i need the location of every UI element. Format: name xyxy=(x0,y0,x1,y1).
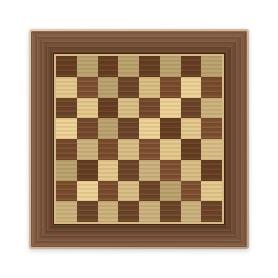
square-g8[interactable] xyxy=(181,56,202,77)
square-e5[interactable] xyxy=(139,118,160,139)
square-c6[interactable] xyxy=(98,98,119,119)
square-c7[interactable] xyxy=(98,77,119,98)
square-d8[interactable] xyxy=(118,56,139,77)
square-f1[interactable] xyxy=(160,201,181,222)
square-c8[interactable] xyxy=(98,56,119,77)
square-a6[interactable] xyxy=(56,98,77,119)
square-b2[interactable] xyxy=(77,181,98,202)
square-a5[interactable] xyxy=(56,118,77,139)
frame-top-rail xyxy=(31,31,247,53)
square-a7[interactable] xyxy=(56,77,77,98)
square-g4[interactable] xyxy=(181,139,202,160)
square-d2[interactable] xyxy=(118,181,139,202)
square-e8[interactable] xyxy=(139,56,160,77)
square-b7[interactable] xyxy=(77,77,98,98)
square-f6[interactable] xyxy=(160,98,181,119)
square-d6[interactable] xyxy=(118,98,139,119)
square-f4[interactable] xyxy=(160,139,181,160)
square-b3[interactable] xyxy=(77,160,98,181)
square-h8[interactable] xyxy=(201,56,222,77)
square-g7[interactable] xyxy=(181,77,202,98)
square-a1[interactable] xyxy=(56,201,77,222)
square-g5[interactable] xyxy=(181,118,202,139)
square-f2[interactable] xyxy=(160,181,181,202)
square-h3[interactable] xyxy=(201,160,222,181)
square-d5[interactable] xyxy=(118,118,139,139)
chess-board xyxy=(29,29,249,249)
square-g6[interactable] xyxy=(181,98,202,119)
board-frame xyxy=(29,29,249,249)
square-b4[interactable] xyxy=(77,139,98,160)
square-d3[interactable] xyxy=(118,160,139,181)
square-c4[interactable] xyxy=(98,139,119,160)
square-h2[interactable] xyxy=(201,181,222,202)
square-f7[interactable] xyxy=(160,77,181,98)
board-grid xyxy=(56,56,222,222)
frame-right-rail xyxy=(225,31,247,247)
square-d1[interactable] xyxy=(118,201,139,222)
board-frame-wood xyxy=(31,31,247,247)
square-g2[interactable] xyxy=(181,181,202,202)
square-c2[interactable] xyxy=(98,181,119,202)
square-b8[interactable] xyxy=(77,56,98,77)
square-h7[interactable] xyxy=(201,77,222,98)
square-h1[interactable] xyxy=(201,201,222,222)
square-c5[interactable] xyxy=(98,118,119,139)
square-e4[interactable] xyxy=(139,139,160,160)
square-f3[interactable] xyxy=(160,160,181,181)
square-h5[interactable] xyxy=(201,118,222,139)
square-c1[interactable] xyxy=(98,201,119,222)
square-a4[interactable] xyxy=(56,139,77,160)
square-d7[interactable] xyxy=(118,77,139,98)
square-e1[interactable] xyxy=(139,201,160,222)
square-a2[interactable] xyxy=(56,181,77,202)
square-g1[interactable] xyxy=(181,201,202,222)
square-h4[interactable] xyxy=(201,139,222,160)
square-a8[interactable] xyxy=(56,56,77,77)
square-d4[interactable] xyxy=(118,139,139,160)
square-b5[interactable] xyxy=(77,118,98,139)
square-c3[interactable] xyxy=(98,160,119,181)
square-a3[interactable] xyxy=(56,160,77,181)
square-e7[interactable] xyxy=(139,77,160,98)
frame-left-rail xyxy=(31,31,53,247)
square-b1[interactable] xyxy=(77,201,98,222)
board-inner-border xyxy=(53,53,225,225)
square-f5[interactable] xyxy=(160,118,181,139)
square-e6[interactable] xyxy=(139,98,160,119)
square-f8[interactable] xyxy=(160,56,181,77)
square-e3[interactable] xyxy=(139,160,160,181)
square-b6[interactable] xyxy=(77,98,98,119)
square-g3[interactable] xyxy=(181,160,202,181)
product-photo-background xyxy=(0,0,278,278)
square-e2[interactable] xyxy=(139,181,160,202)
frame-bottom-rail xyxy=(31,225,247,247)
square-h6[interactable] xyxy=(201,98,222,119)
